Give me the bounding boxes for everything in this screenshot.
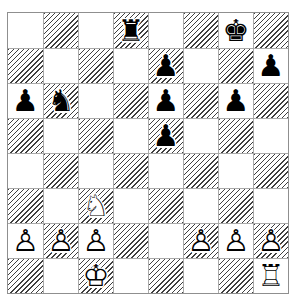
piece-g2: ♟♙ (219, 224, 253, 258)
square-e6: ♟♟ (148, 83, 183, 118)
square-d6 (113, 83, 148, 118)
square-h3 (253, 188, 288, 223)
square-d5 (113, 118, 148, 153)
piece-c1: ♚♔ (79, 259, 113, 293)
square-a1 (8, 258, 43, 293)
square-c1: ♚♔ (78, 258, 113, 293)
piece-e6: ♟♟ (149, 84, 183, 118)
piece-h1: ♜♖ (254, 259, 288, 293)
square-e3 (148, 188, 183, 223)
square-b4 (43, 153, 78, 188)
black-pawn: ♟ (223, 86, 250, 116)
square-e7: ♟♟ (148, 48, 183, 83)
square-h8 (253, 13, 288, 48)
black-knight: ♞ (48, 86, 75, 116)
white-knight: ♘ (83, 191, 110, 221)
square-g3 (218, 188, 253, 223)
square-a3 (8, 188, 43, 223)
square-a4 (8, 153, 43, 188)
square-b6: ♞♞ (43, 83, 78, 118)
piece-b6: ♞♞ (44, 84, 78, 118)
black-king: ♚ (223, 16, 250, 46)
square-d1 (113, 258, 148, 293)
square-g7 (218, 48, 253, 83)
square-h6 (253, 83, 288, 118)
white-pawn: ♙ (188, 226, 215, 256)
square-h2: ♟♙ (253, 223, 288, 258)
square-c6 (78, 83, 113, 118)
white-pawn: ♙ (258, 226, 285, 256)
square-d4 (113, 153, 148, 188)
square-b5 (43, 118, 78, 153)
square-c4 (78, 153, 113, 188)
piece-e7: ♟♟ (149, 49, 183, 83)
square-a6: ♟♟ (8, 83, 43, 118)
piece-c3: ♞♘ (79, 189, 113, 223)
black-pawn: ♟ (258, 51, 285, 81)
square-f8 (183, 13, 218, 48)
piece-g6: ♟♟ (219, 84, 253, 118)
piece-f2: ♟♙ (184, 224, 218, 258)
square-g8: ♚♚ (218, 13, 253, 48)
square-d2 (113, 223, 148, 258)
square-h5 (253, 118, 288, 153)
square-a2: ♟♙ (8, 223, 43, 258)
white-pawn: ♙ (48, 226, 75, 256)
chess-board: ♜♜♚♚♟♟♟♟♟♟♞♞♟♟♟♟♟♟♞♘♟♙♟♙♟♙♟♙♟♙♟♙♚♔♜♖ (7, 12, 289, 294)
square-e8 (148, 13, 183, 48)
square-c3: ♞♘ (78, 188, 113, 223)
white-pawn: ♙ (83, 226, 110, 256)
square-f6 (183, 83, 218, 118)
square-b2: ♟♙ (43, 223, 78, 258)
square-f5 (183, 118, 218, 153)
square-e2 (148, 223, 183, 258)
square-e5: ♟♟ (148, 118, 183, 153)
piece-d8: ♜♜ (114, 13, 148, 48)
square-a8 (8, 13, 43, 48)
square-h7: ♟♟ (253, 48, 288, 83)
square-f1 (183, 258, 218, 293)
square-d3 (113, 188, 148, 223)
square-f7 (183, 48, 218, 83)
square-g5 (218, 118, 253, 153)
square-h4 (253, 153, 288, 188)
piece-b2: ♟♙ (44, 224, 78, 258)
piece-a2: ♟♙ (8, 224, 43, 258)
square-g4 (218, 153, 253, 188)
white-pawn: ♙ (223, 226, 250, 256)
piece-c2: ♟♙ (79, 224, 113, 258)
square-b1 (43, 258, 78, 293)
square-g6: ♟♟ (218, 83, 253, 118)
square-c7 (78, 48, 113, 83)
square-g1 (218, 258, 253, 293)
white-pawn: ♙ (12, 226, 39, 256)
square-g2: ♟♙ (218, 223, 253, 258)
square-e1 (148, 258, 183, 293)
black-pawn: ♟ (12, 86, 39, 116)
square-d8: ♜♜ (113, 13, 148, 48)
piece-e5: ♟♟ (149, 119, 183, 153)
square-a7 (8, 48, 43, 83)
square-c2: ♟♙ (78, 223, 113, 258)
square-b8 (43, 13, 78, 48)
black-pawn: ♟ (153, 51, 180, 81)
square-f4 (183, 153, 218, 188)
square-f2: ♟♙ (183, 223, 218, 258)
black-pawn: ♟ (153, 86, 180, 116)
square-b3 (43, 188, 78, 223)
white-rook: ♖ (258, 261, 285, 291)
piece-g8: ♚♚ (219, 13, 253, 48)
square-d7 (113, 48, 148, 83)
square-h1: ♜♖ (253, 258, 288, 293)
piece-h7: ♟♟ (254, 49, 288, 83)
square-e4 (148, 153, 183, 188)
square-a5 (8, 118, 43, 153)
square-f3 (183, 188, 218, 223)
square-c5 (78, 118, 113, 153)
piece-a6: ♟♟ (8, 84, 43, 118)
square-c8 (78, 13, 113, 48)
square-b7 (43, 48, 78, 83)
piece-h2: ♟♙ (254, 224, 288, 258)
white-king: ♔ (83, 261, 110, 291)
black-rook: ♜ (118, 16, 145, 46)
black-pawn: ♟ (153, 121, 180, 151)
